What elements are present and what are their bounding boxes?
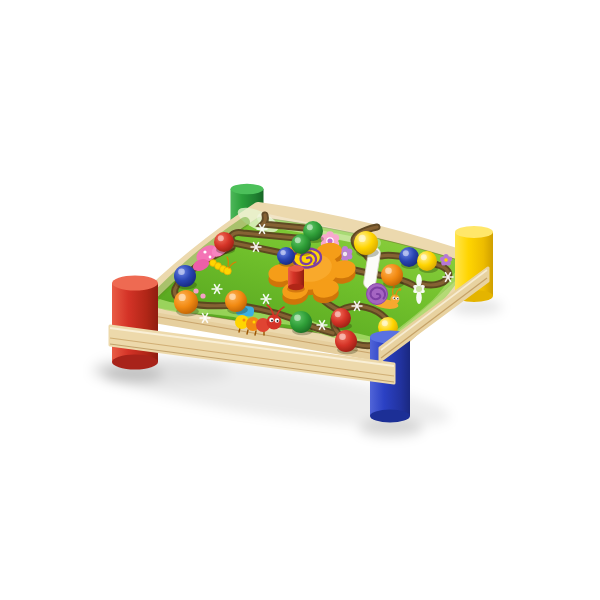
bead-body[interactable] (174, 290, 198, 314)
leg-red-left (112, 276, 158, 370)
bead-highlight (403, 250, 409, 256)
bead-body[interactable] (335, 330, 357, 352)
bead-highlight (421, 254, 427, 260)
bead-highlight (359, 235, 366, 242)
bead-highlight (218, 235, 224, 241)
bead-highlight (307, 224, 313, 230)
bead-body[interactable] (381, 264, 403, 286)
gear-knob-red[interactable] (288, 265, 304, 290)
bead-body[interactable] (277, 247, 295, 265)
bead-body[interactable] (290, 311, 312, 333)
bead-body[interactable] (174, 265, 196, 287)
bead-highlight (382, 320, 388, 326)
bead-body[interactable] (417, 251, 437, 271)
bead-highlight (295, 237, 301, 243)
bead-highlight (179, 294, 186, 301)
bead-highlight (294, 315, 301, 322)
bead-highlight (385, 268, 392, 275)
bead-body[interactable] (399, 247, 419, 267)
bead-maze-product-photo (0, 0, 600, 600)
bead-body[interactable] (291, 234, 311, 254)
bead-highlight (229, 294, 236, 301)
bead-highlight (280, 250, 285, 255)
bead-highlight (335, 311, 341, 317)
bead-highlight (339, 334, 346, 341)
bead-highlight (178, 269, 185, 276)
bead-body[interactable] (354, 231, 378, 255)
leg-green-top (231, 184, 264, 194)
bead-body[interactable] (214, 232, 234, 252)
bead-body[interactable] (225, 290, 247, 312)
bead-body[interactable] (331, 308, 351, 328)
